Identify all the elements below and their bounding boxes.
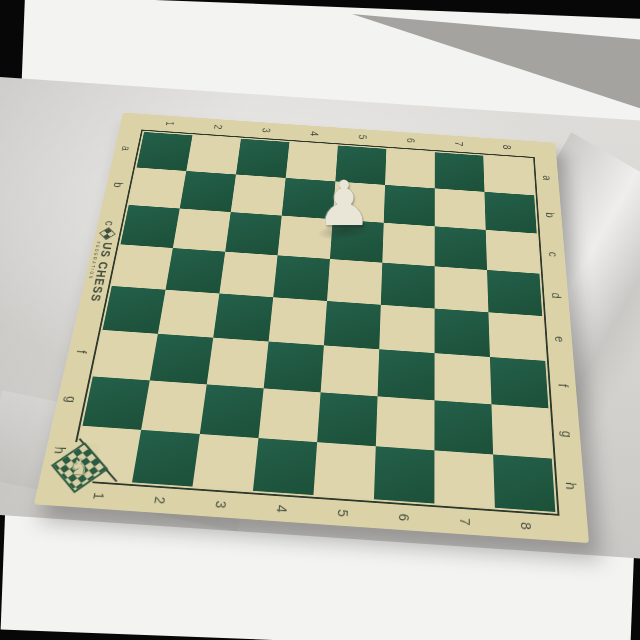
square-e6[interactable] [379,305,434,353]
white-pawn-c5[interactable]: ♟ [312,166,376,242]
square-e5[interactable] [324,301,381,349]
left-label-b: b [111,182,126,188]
square-e8[interactable] [488,312,545,361]
top-label-6: 6 [404,138,417,144]
square-b7[interactable] [435,188,486,230]
square-e2[interactable] [158,290,219,338]
bottom-label-6: 6 [395,513,412,522]
right-label-e: e [552,336,567,343]
right-label-b: b [543,212,557,218]
square-f1[interactable] [93,330,158,381]
square-a7[interactable] [435,152,485,192]
square-f8[interactable] [490,357,549,408]
square-f5[interactable] [321,345,380,396]
square-a1[interactable] [137,132,193,171]
knight-icon: ♞ [67,455,93,481]
square-g1[interactable] [82,376,149,429]
square-g7[interactable] [434,400,493,454]
right-label-c: c [546,251,561,257]
right-label-g: g [559,430,575,438]
square-d5[interactable] [327,259,382,305]
square-g8[interactable] [491,404,551,458]
square-c6[interactable] [382,223,434,267]
square-h2[interactable] [132,430,200,487]
top-label-7: 7 [452,141,465,147]
top-label-2: 2 [211,124,225,130]
top-label-4: 4 [308,131,322,137]
bottom-label-5: 5 [334,509,351,518]
square-a2[interactable] [186,135,241,174]
square-h4[interactable] [253,438,317,495]
right-label-d: d [549,292,564,299]
square-e4[interactable] [269,297,327,345]
square-d8[interactable] [487,270,542,316]
square-a6[interactable] [385,149,435,188]
square-g5[interactable] [317,392,377,446]
square-a8[interactable] [483,156,534,196]
square-d6[interactable] [381,263,435,309]
left-label-h: h [51,446,69,454]
square-c2[interactable] [173,208,231,251]
square-d1[interactable] [112,244,173,289]
square-f4[interactable] [264,342,324,393]
bottom-label-2: 2 [151,496,169,505]
bottom-label-3: 3 [212,500,230,509]
square-d4[interactable] [273,255,330,301]
square-f7[interactable] [435,353,492,404]
square-f2[interactable] [150,334,213,385]
left-label-g: g [62,396,79,404]
left-label-a: a [119,146,134,152]
square-c7[interactable] [435,226,487,270]
square-b3[interactable] [231,174,286,215]
left-label-c: c [102,220,117,226]
square-b2[interactable] [180,171,236,212]
square-f6[interactable] [378,349,435,400]
top-label-5: 5 [356,134,369,140]
square-g4[interactable] [258,388,320,442]
top-label-1: 1 [163,121,177,127]
square-d7[interactable] [435,266,489,312]
bottom-label-7: 7 [456,517,473,526]
photo-frame: US CHESS FEDERATION ♞ 1234567812345678ab… [0,0,640,640]
square-g2[interactable] [141,380,207,434]
right-label-f: f [555,383,571,387]
right-label-a: a [540,175,554,181]
square-c1[interactable] [120,205,179,248]
square-h8[interactable] [493,454,555,512]
square-f3[interactable] [207,338,269,389]
square-h6[interactable] [374,446,435,503]
bottom-label-8: 8 [517,522,534,531]
square-b6[interactable] [384,185,435,226]
square-h5[interactable] [313,442,375,499]
square-e7[interactable] [435,309,490,357]
square-c3[interactable] [225,212,282,255]
top-label-8: 8 [500,144,513,150]
square-b1[interactable] [129,168,187,209]
us-chess-mini-diamond-icon [100,228,114,239]
square-d3[interactable] [219,252,277,298]
square-e3[interactable] [213,293,273,341]
square-a3[interactable] [236,139,289,178]
bottom-label-4: 4 [273,505,290,514]
square-c8[interactable] [486,230,540,274]
bottom-label-1: 1 [90,492,108,501]
square-b8[interactable] [484,192,536,234]
square-h3[interactable] [192,434,258,491]
square-h7[interactable] [434,450,494,507]
square-e1[interactable] [103,286,166,334]
square-g3[interactable] [200,384,264,438]
left-label-f: f [73,350,89,354]
right-label-h: h [562,482,579,490]
square-d2[interactable] [166,248,226,293]
square-g6[interactable] [376,396,435,450]
top-label-3: 3 [260,128,274,134]
